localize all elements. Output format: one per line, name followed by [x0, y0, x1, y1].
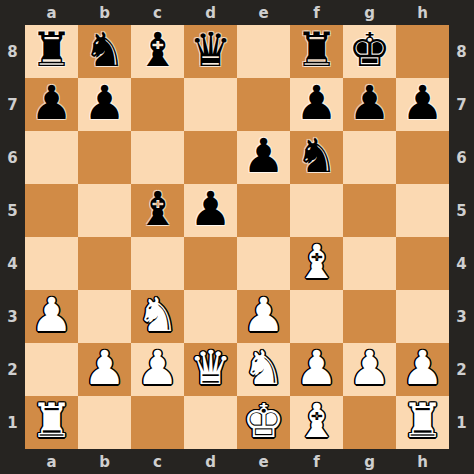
piece-black-queen[interactable]: ♛: [189, 26, 231, 73]
square-b2[interactable]: ♟: [78, 343, 131, 396]
square-e4[interactable]: [237, 237, 290, 290]
piece-white-pawn[interactable]: ♟: [242, 291, 284, 338]
piece-white-knight[interactable]: ♞: [242, 344, 284, 391]
file-label-d: d: [184, 449, 237, 474]
file-label-g: g: [343, 449, 396, 474]
piece-white-pawn[interactable]: ♟: [295, 344, 337, 391]
square-a2[interactable]: [25, 343, 78, 396]
rank-label-7: 7: [0, 78, 25, 131]
square-f7[interactable]: ♟: [290, 78, 343, 131]
square-g6[interactable]: [343, 131, 396, 184]
square-g2[interactable]: ♟: [343, 343, 396, 396]
square-d5[interactable]: ♟: [184, 184, 237, 237]
piece-black-bishop[interactable]: ♝: [136, 26, 178, 73]
piece-white-pawn[interactable]: ♟: [83, 344, 125, 391]
piece-black-king[interactable]: ♚: [348, 26, 390, 73]
square-e7[interactable]: [237, 78, 290, 131]
rank-label-4: 4: [449, 237, 474, 290]
square-f5[interactable]: [290, 184, 343, 237]
rank-label-1: 1: [449, 396, 474, 449]
rank-label-5: 5: [449, 184, 474, 237]
square-d3[interactable]: [184, 290, 237, 343]
square-h7[interactable]: ♟: [396, 78, 449, 131]
square-g5[interactable]: [343, 184, 396, 237]
square-d6[interactable]: [184, 131, 237, 184]
piece-white-rook[interactable]: ♜: [30, 397, 72, 444]
square-d1[interactable]: [184, 396, 237, 449]
piece-white-knight[interactable]: ♞: [136, 291, 178, 338]
file-label-e: e: [237, 0, 290, 25]
rank-label-8: 8: [0, 25, 25, 78]
rank-label-5: 5: [0, 184, 25, 237]
square-g3[interactable]: [343, 290, 396, 343]
square-h5[interactable]: [396, 184, 449, 237]
piece-white-bishop[interactable]: ♝: [295, 397, 337, 444]
square-e1[interactable]: ♚: [237, 396, 290, 449]
piece-white-rook[interactable]: ♜: [401, 397, 443, 444]
square-d7[interactable]: [184, 78, 237, 131]
file-label-c: c: [131, 449, 184, 474]
square-b3[interactable]: [78, 290, 131, 343]
file-label-e: e: [237, 449, 290, 474]
square-a8[interactable]: ♜: [25, 25, 78, 78]
square-h4[interactable]: [396, 237, 449, 290]
square-b7[interactable]: ♟: [78, 78, 131, 131]
rank-label-4: 4: [0, 237, 25, 290]
rank-label-2: 2: [0, 343, 25, 396]
square-e8[interactable]: [237, 25, 290, 78]
rank-label-7: 7: [449, 78, 474, 131]
rank-label-8: 8: [449, 25, 474, 78]
piece-black-pawn[interactable]: ♟: [83, 79, 125, 126]
file-label-a: a: [25, 449, 78, 474]
square-g4[interactable]: [343, 237, 396, 290]
square-f8[interactable]: ♜: [290, 25, 343, 78]
square-c2[interactable]: ♟: [131, 343, 184, 396]
rank-label-1: 1: [0, 396, 25, 449]
square-e5[interactable]: [237, 184, 290, 237]
square-b5[interactable]: [78, 184, 131, 237]
square-a6[interactable]: [25, 131, 78, 184]
piece-black-pawn[interactable]: ♟: [295, 79, 337, 126]
square-a3[interactable]: ♟: [25, 290, 78, 343]
square-f4[interactable]: ♝: [290, 237, 343, 290]
square-b4[interactable]: [78, 237, 131, 290]
square-f6[interactable]: ♞: [290, 131, 343, 184]
piece-black-pawn[interactable]: ♟: [242, 132, 284, 179]
square-b6[interactable]: [78, 131, 131, 184]
piece-black-pawn[interactable]: ♟: [348, 79, 390, 126]
square-c6[interactable]: [131, 131, 184, 184]
square-d2[interactable]: ♛: [184, 343, 237, 396]
square-a7[interactable]: ♟: [25, 78, 78, 131]
square-c4[interactable]: [131, 237, 184, 290]
square-h2[interactable]: ♟: [396, 343, 449, 396]
piece-white-queen[interactable]: ♛: [189, 344, 231, 391]
square-d4[interactable]: [184, 237, 237, 290]
square-b1[interactable]: [78, 396, 131, 449]
file-labels-bottom: abcdefgh: [25, 449, 449, 474]
square-g8[interactable]: ♚: [343, 25, 396, 78]
piece-black-rook[interactable]: ♜: [30, 26, 72, 73]
file-label-h: h: [396, 449, 449, 474]
piece-white-pawn[interactable]: ♟: [30, 291, 72, 338]
square-h1[interactable]: ♜: [396, 396, 449, 449]
square-e2[interactable]: ♞: [237, 343, 290, 396]
rank-label-2: 2: [449, 343, 474, 396]
square-f1[interactable]: ♝: [290, 396, 343, 449]
rank-label-3: 3: [449, 290, 474, 343]
rank-label-3: 3: [0, 290, 25, 343]
rank-label-6: 6: [0, 131, 25, 184]
piece-white-pawn[interactable]: ♟: [401, 344, 443, 391]
square-a1[interactable]: ♜: [25, 396, 78, 449]
square-c3[interactable]: ♞: [131, 290, 184, 343]
piece-white-pawn[interactable]: ♟: [348, 344, 390, 391]
piece-white-pawn[interactable]: ♟: [136, 344, 178, 391]
file-label-h: h: [396, 0, 449, 25]
chess-board: ♜♞♝♛♜♚♟♟♟♟♟♟♞♝♟♝♟♞♟♟♟♛♞♟♟♟♜♚♝♜: [25, 25, 449, 449]
file-label-b: b: [78, 449, 131, 474]
square-e3[interactable]: ♟: [237, 290, 290, 343]
square-c1[interactable]: [131, 396, 184, 449]
square-e6[interactable]: ♟: [237, 131, 290, 184]
square-c7[interactable]: [131, 78, 184, 131]
square-g1[interactable]: [343, 396, 396, 449]
square-d8[interactable]: ♛: [184, 25, 237, 78]
square-a5[interactable]: [25, 184, 78, 237]
piece-black-knight[interactable]: ♞: [83, 26, 125, 73]
square-c5[interactable]: ♝: [131, 184, 184, 237]
square-h3[interactable]: [396, 290, 449, 343]
piece-black-bishop[interactable]: ♝: [136, 185, 178, 232]
piece-white-bishop[interactable]: ♝: [295, 238, 337, 285]
square-f2[interactable]: ♟: [290, 343, 343, 396]
square-h6[interactable]: [396, 131, 449, 184]
piece-white-king[interactable]: ♚: [242, 397, 284, 444]
rank-labels-left: 87654321: [0, 25, 25, 449]
piece-black-pawn[interactable]: ♟: [189, 185, 231, 232]
square-g7[interactable]: ♟: [343, 78, 396, 131]
piece-black-knight[interactable]: ♞: [295, 132, 337, 179]
square-a4[interactable]: [25, 237, 78, 290]
square-h8[interactable]: [396, 25, 449, 78]
rank-label-6: 6: [449, 131, 474, 184]
chess-board-panel: abcdefgh abcdefgh 87654321 87654321 ♜♞♝♛…: [0, 0, 474, 474]
rank-labels-right: 87654321: [449, 25, 474, 449]
piece-black-pawn[interactable]: ♟: [401, 79, 443, 126]
square-b8[interactable]: ♞: [78, 25, 131, 78]
square-c8[interactable]: ♝: [131, 25, 184, 78]
piece-black-pawn[interactable]: ♟: [30, 79, 72, 126]
file-label-f: f: [290, 449, 343, 474]
piece-black-rook[interactable]: ♜: [295, 26, 337, 73]
square-f3[interactable]: [290, 290, 343, 343]
